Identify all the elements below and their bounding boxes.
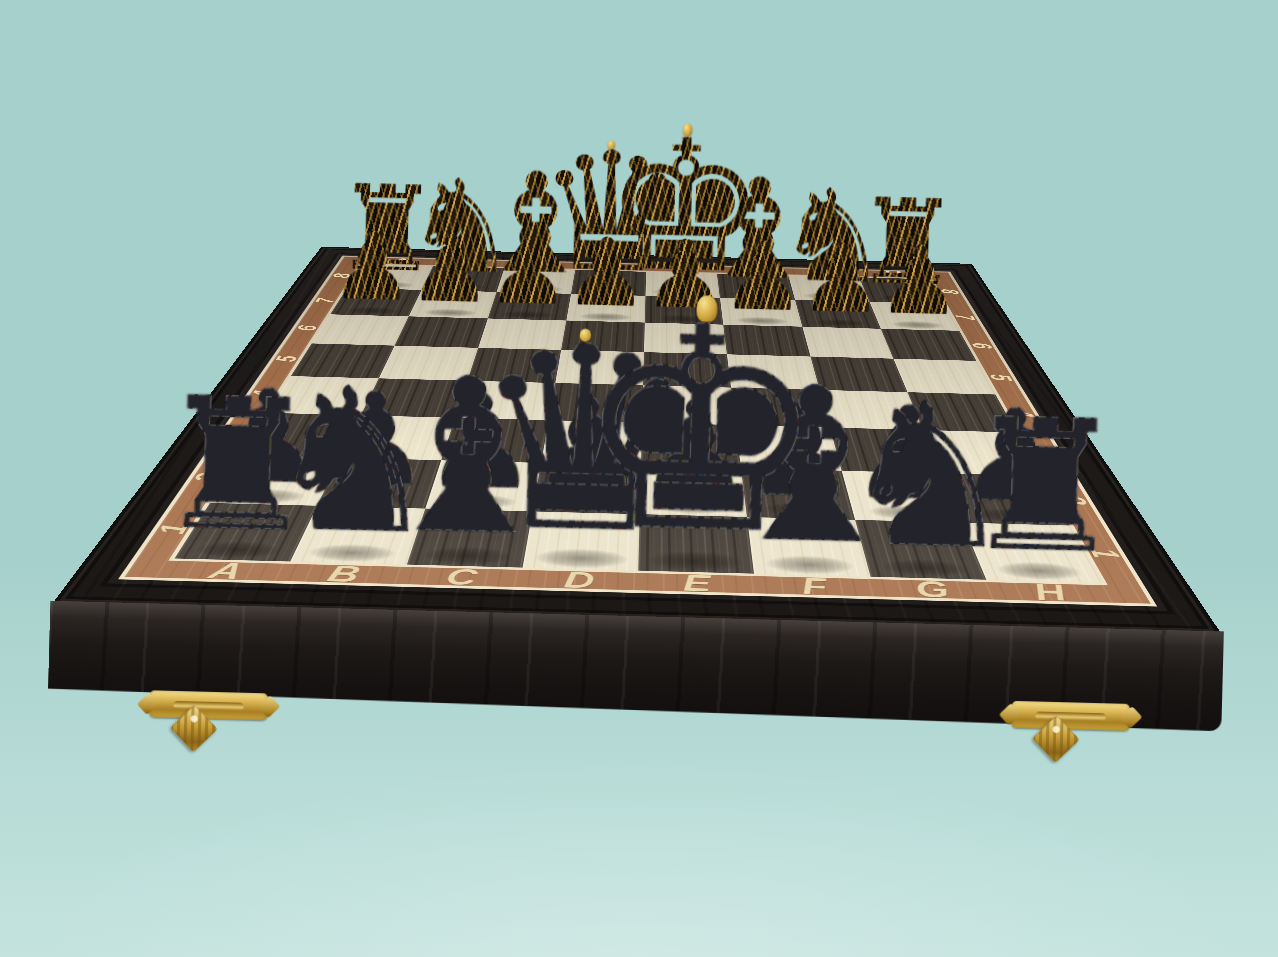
- rank-label-right-3: 3: [1028, 450, 1064, 459]
- square-c6: [478, 318, 566, 350]
- file-label-far-a: A: [388, 257, 411, 265]
- square-d1: [522, 511, 639, 570]
- file-label-near-d: D: [563, 569, 596, 592]
- photo-background: { "game": "chess", "scene": { "descripti…: [0, 0, 1278, 957]
- square-b8: [422, 266, 504, 292]
- square-f6: [723, 325, 810, 357]
- rank-label-left-2: 2: [188, 473, 227, 483]
- square-h5: [893, 359, 995, 395]
- square-g6: [802, 327, 893, 359]
- square-g7: [795, 300, 881, 329]
- file-label-far-h: H: [882, 270, 904, 279]
- rank-label-right-2: 2: [1054, 495, 1093, 505]
- square-b2: [317, 457, 440, 508]
- clasp-slot: [173, 701, 243, 711]
- square-e3: [641, 423, 741, 468]
- file-label-near-b: B: [324, 563, 363, 586]
- square-a4: [267, 376, 379, 415]
- square-f4: [731, 388, 829, 428]
- rank-label-right-4: 4: [1005, 410, 1039, 418]
- square-d3: [541, 420, 642, 465]
- square-d2: [532, 463, 641, 514]
- file-label-near-a: A: [205, 560, 248, 583]
- square-g8: [788, 276, 869, 302]
- square-e6: [644, 322, 727, 354]
- square-g4: [819, 390, 923, 430]
- rank-label-left-3: 3: [219, 429, 255, 437]
- rank-label-left-1: 1: [151, 524, 194, 535]
- rank-label-left-5: 5: [270, 356, 302, 363]
- square-e8: [645, 272, 720, 298]
- square-g5: [810, 356, 907, 392]
- square-b7: [409, 290, 496, 318]
- square-h1: [962, 523, 1102, 583]
- square-d6: [561, 320, 645, 352]
- square-b3: [341, 415, 455, 460]
- coordinate-labels: AABBCCDDEEFFGGHH1122334455667788: [321, 247, 971, 264]
- chess-board: AABBCCDDEEFFGGHH1122334455667788 ♜♞♝♛♚♝♞…: [52, 247, 1222, 635]
- rank-label-right-1: 1: [1084, 548, 1126, 559]
- square-h7: [869, 302, 959, 331]
- file-label-far-d: D: [601, 263, 620, 271]
- file-label-far-f: F: [743, 266, 760, 274]
- square-c5: [467, 348, 561, 383]
- square-b5: [379, 346, 478, 381]
- chess-set-scene: AABBCCDDEEFFGGHH1122334455667788 ♜♞♝♛♚♝♞…: [0, 0, 1278, 957]
- square-e4: [642, 385, 736, 425]
- square-b6: [395, 316, 488, 347]
- brass-clasp-right: [1010, 701, 1130, 774]
- square-f7: [720, 298, 802, 327]
- square-f2: [741, 468, 854, 520]
- clasp-slot: [1036, 711, 1106, 721]
- square-a8: [347, 264, 433, 290]
- square-f5: [727, 354, 819, 390]
- square-e5: [643, 352, 731, 388]
- gold-finial: [682, 123, 691, 136]
- square-a5: [291, 343, 395, 378]
- file-label-far-g: G: [811, 268, 833, 277]
- square-d8: [571, 270, 646, 296]
- clasp-bar: [1011, 701, 1130, 731]
- file-label-near-h: H: [1029, 581, 1071, 605]
- square-c8: [496, 268, 575, 294]
- rank-label-right-5: 5: [985, 374, 1016, 381]
- playing-area: [168, 263, 1108, 585]
- square-h8: [859, 277, 944, 303]
- rank-label-left-8: 8: [329, 273, 355, 278]
- brass-clasp-left: [148, 690, 268, 763]
- rank-label-left-6: 6: [292, 325, 322, 331]
- square-f3: [736, 425, 841, 470]
- gold-finial: [608, 141, 616, 149]
- square-d4: [548, 383, 643, 423]
- rank-label-left-7: 7: [311, 298, 339, 303]
- square-d7: [566, 294, 645, 323]
- rank-label-right-8: 8: [937, 289, 963, 294]
- square-a7: [330, 288, 421, 316]
- rank-label-right-6: 6: [967, 343, 996, 349]
- square-a6: [312, 314, 409, 345]
- file-label-far-e: E: [673, 264, 690, 272]
- file-label-near-e: E: [682, 572, 711, 595]
- file-label-near-f: F: [800, 575, 830, 598]
- square-e2: [640, 465, 747, 517]
- file-label-near-g: G: [912, 578, 953, 601]
- square-d5: [555, 350, 644, 385]
- file-label-near-c: C: [443, 566, 479, 589]
- square-b4: [361, 378, 467, 417]
- square-f8: [717, 274, 795, 300]
- file-label-far-b: B: [459, 259, 480, 267]
- square-e7: [645, 296, 724, 325]
- square-c7: [488, 292, 571, 320]
- square-h3: [923, 430, 1041, 476]
- clasp-bar: [149, 690, 268, 720]
- file-label-far-c: C: [530, 261, 550, 269]
- square-h4: [907, 392, 1017, 432]
- square-c3: [441, 418, 549, 463]
- square-c2: [425, 460, 541, 511]
- square-h2: [941, 473, 1069, 525]
- square-c1: [406, 508, 532, 567]
- square-f1: [747, 517, 870, 577]
- square-e1: [638, 514, 754, 574]
- rank-label-left-4: 4: [246, 390, 280, 397]
- square-c4: [455, 381, 555, 421]
- square-h6: [881, 329, 977, 361]
- rank-label-right-7: 7: [951, 314, 979, 320]
